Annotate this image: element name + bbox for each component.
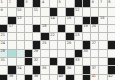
cell-r10c8[interactable]: 40 — [58, 75, 65, 80]
cell-r1c2[interactable]: 2 — [8, 0, 15, 7]
block-r10c9 — [66, 75, 73, 80]
block-r1c10 — [75, 0, 82, 7]
cell-r1c14[interactable]: 8 — [108, 0, 115, 7]
cell-r1c9[interactable] — [66, 0, 73, 7]
cell-r9c13[interactable] — [99, 66, 106, 73]
clue-number: 13 — [17, 16, 21, 20]
cell-r4c7[interactable] — [50, 25, 57, 32]
block-r3c11 — [83, 17, 90, 24]
clue-number: 40 — [58, 74, 62, 78]
clue-number: 37 — [92, 66, 96, 70]
cell-r2c8[interactable] — [58, 8, 65, 15]
cell-r4c2[interactable]: 17 — [8, 25, 15, 32]
clue-number: 10 — [17, 8, 21, 12]
clue-number: 23 — [75, 33, 79, 37]
cell-r5c1[interactable]: 21 — [0, 33, 7, 40]
cell-r8c1[interactable]: 31 — [0, 58, 7, 65]
cell-r7c5[interactable]: 29 — [33, 50, 40, 57]
clue-number: 9 — [1, 8, 3, 12]
cell-r5c2[interactable] — [8, 33, 15, 40]
crossword-board: 1234567891011121314151617181920212223242… — [0, 0, 115, 80]
cell-r2c10[interactable]: 12 — [75, 8, 82, 15]
clue-number: 25 — [42, 41, 46, 45]
cell-r10c12[interactable]: 41 — [91, 75, 98, 80]
block-r2c9 — [66, 8, 73, 15]
cell-r8c6[interactable] — [41, 58, 48, 65]
cell-r1c6[interactable]: 4 — [41, 0, 48, 7]
cell-r6c3[interactable] — [17, 41, 24, 48]
cell-r5c5[interactable] — [33, 33, 40, 40]
cell-r2c2[interactable] — [8, 8, 15, 15]
clue-number: 8 — [108, 0, 110, 4]
cell-r6c12[interactable]: 27 — [91, 41, 98, 48]
cell-r1c12[interactable]: 6 — [91, 0, 98, 7]
cell-r10c6[interactable] — [41, 75, 48, 80]
cell-r6c2[interactable] — [8, 41, 15, 48]
clue-number: 17 — [9, 24, 13, 28]
cell-r8c5[interactable]: 32 — [33, 58, 40, 65]
cell-r7c14[interactable] — [108, 50, 115, 57]
cell-r7c1[interactable]: 28 — [0, 50, 7, 57]
cell-r5c8[interactable] — [58, 33, 65, 40]
cell-r5c10[interactable]: 23 — [75, 33, 82, 40]
block-r7c10 — [75, 50, 82, 57]
cell-r7c12[interactable] — [91, 50, 98, 57]
cell-r2c13[interactable] — [99, 8, 106, 15]
cell-r3c8[interactable] — [58, 17, 65, 24]
cell-r5c13[interactable] — [99, 33, 106, 40]
cell-r7c9[interactable] — [66, 50, 73, 57]
cell-r3c10[interactable] — [75, 17, 82, 24]
cell-r8c10[interactable]: 33 — [75, 58, 82, 65]
cell-r6c1[interactable]: 24 — [0, 41, 7, 48]
clue-number: 38 — [9, 74, 13, 78]
cell-r9c3[interactable]: 34 — [17, 66, 24, 73]
block-r3c12 — [91, 17, 98, 24]
clue-number: 21 — [1, 33, 5, 37]
clue-number: 22 — [50, 33, 54, 37]
clue-number: 2 — [9, 0, 11, 4]
clue-number: 39 — [34, 74, 38, 78]
cell-r3c7[interactable]: 14 — [50, 17, 57, 24]
cell-r4c3[interactable] — [17, 25, 24, 32]
cell-r7c2[interactable] — [8, 50, 15, 57]
block-r4c10 — [75, 25, 82, 32]
cell-r5c12[interactable] — [91, 33, 98, 40]
clue-number: 6 — [92, 0, 94, 4]
cell-r2c12[interactable] — [91, 8, 98, 15]
clue-number: 18 — [42, 24, 46, 28]
block-r4c8 — [58, 25, 65, 32]
block-r7c4 — [25, 50, 32, 57]
cell-r8c2[interactable] — [8, 58, 15, 65]
cell-r8c13[interactable] — [99, 58, 106, 65]
block-r3c2 — [8, 17, 15, 24]
clue-number: 30 — [83, 49, 87, 53]
clue-number: 7 — [100, 0, 102, 4]
cell-r10c2[interactable]: 38 — [8, 75, 15, 80]
block-r10c11 — [83, 75, 90, 80]
clue-number: 16 — [100, 16, 104, 20]
cell-r3c5[interactable] — [33, 17, 40, 24]
cell-r7c11[interactable]: 30 — [83, 50, 90, 57]
block-r8c7 — [50, 58, 57, 65]
cell-r10c7[interactable] — [50, 75, 57, 80]
cell-r7c13[interactable] — [99, 50, 106, 57]
block-r10c4 — [25, 75, 32, 80]
cell-r4c6[interactable]: 18 — [41, 25, 48, 32]
block-r8c4 — [25, 58, 32, 65]
clue-number: 26 — [67, 41, 71, 45]
cell-r1c8[interactable]: 5 — [58, 0, 65, 7]
cell-r5c14[interactable] — [108, 33, 115, 40]
cell-r4c13[interactable] — [99, 25, 106, 32]
cell-r10c5[interactable]: 39 — [33, 75, 40, 80]
block-r5c6 — [41, 33, 48, 40]
cell-r2c6[interactable] — [41, 8, 48, 15]
block-r9c5 — [33, 66, 40, 73]
cell-r2c1[interactable]: 9 — [0, 8, 7, 15]
crossword-screenshot: 1234567891011121314151617181920212223242… — [0, 0, 115, 80]
cell-r5c4[interactable] — [25, 33, 32, 40]
cell-r3c1[interactable] — [0, 17, 7, 24]
cell-r4c12[interactable]: 20 — [91, 25, 98, 32]
cell-r7c8[interactable] — [58, 50, 65, 57]
cell-r6c10[interactable] — [75, 41, 82, 48]
cell-r9c6[interactable]: 35 — [41, 66, 48, 73]
clue-number: 20 — [92, 24, 96, 28]
cell-r4c11[interactable]: 19 — [83, 25, 90, 32]
cell-r2c5[interactable]: 11 — [33, 8, 40, 15]
block-r1c11 — [83, 0, 90, 7]
clue-number: 19 — [83, 24, 87, 28]
cell-r7c7[interactable] — [50, 50, 57, 57]
cell-r3c3[interactable]: 13 — [17, 17, 24, 24]
cell-r1c1[interactable]: 1 — [0, 0, 7, 7]
cell-r7c3[interactable] — [17, 50, 24, 57]
cell-r5c11[interactable] — [83, 33, 90, 40]
cell-r5c7[interactable]: 22 — [50, 33, 57, 40]
cell-r1c7[interactable] — [50, 0, 57, 7]
clue-number: 12 — [75, 8, 79, 12]
cell-r2c11[interactable] — [83, 8, 90, 15]
clue-number: 32 — [34, 58, 38, 62]
block-r8c14 — [108, 58, 115, 65]
clue-number: 31 — [1, 58, 5, 62]
cell-r9c7[interactable] — [50, 66, 57, 73]
cell-r3c6[interactable] — [41, 17, 48, 24]
block-r1c3 — [17, 0, 24, 7]
block-r8c9 — [66, 58, 73, 65]
block-r5c9 — [66, 33, 73, 40]
cell-r6c7[interactable] — [50, 41, 57, 48]
clue-number: 36 — [67, 66, 71, 70]
clue-number: 1 — [1, 0, 3, 4]
cell-r10c14[interactable]: 42 — [108, 75, 115, 80]
clue-number: 11 — [34, 8, 38, 12]
clue-number: 34 — [17, 66, 21, 70]
cell-r3c9[interactable]: 15 — [66, 17, 73, 24]
cell-r1c4[interactable]: 3 — [25, 0, 32, 7]
cell-r6c8[interactable] — [58, 41, 65, 48]
block-r10c1 — [0, 75, 7, 80]
cell-r8c3[interactable] — [17, 58, 24, 65]
cell-r8c12[interactable] — [91, 58, 98, 65]
cell-r4c9[interactable] — [66, 25, 73, 32]
cell-r4c4[interactable] — [25, 25, 32, 32]
cell-r10c13[interactable] — [99, 75, 106, 80]
block-r2c7 — [50, 8, 57, 15]
cell-r4c14[interactable] — [108, 25, 115, 32]
cell-r9c4[interactable] — [25, 66, 32, 73]
cell-r3c13[interactable]: 16 — [99, 17, 106, 24]
cell-r2c14[interactable] — [108, 8, 115, 15]
clue-number: 28 — [1, 49, 5, 53]
clue-number: 29 — [34, 49, 38, 53]
cell-r2c4[interactable] — [25, 8, 32, 15]
block-r9c11 — [83, 66, 90, 73]
cell-r3c4[interactable] — [25, 17, 32, 24]
cell-r1c13[interactable]: 7 — [99, 0, 106, 7]
clue-number: 33 — [75, 58, 79, 62]
clue-number: 14 — [50, 16, 54, 20]
cell-r6c13[interactable] — [99, 41, 106, 48]
block-r6c14 — [108, 41, 115, 48]
block-r9c14 — [108, 66, 115, 73]
cell-r9c10[interactable] — [75, 66, 82, 73]
block-r9c8 — [58, 66, 65, 73]
block-r1c5 — [33, 0, 40, 7]
block-r4c1 — [0, 25, 7, 32]
clue-number: 42 — [108, 74, 112, 78]
clue-number: 27 — [92, 41, 96, 45]
block-r6c5 — [33, 41, 40, 48]
cell-r10c3[interactable] — [17, 75, 24, 80]
block-r6c11 — [83, 41, 90, 48]
cell-r5c3[interactable] — [17, 33, 24, 40]
cell-r3c14[interactable] — [108, 17, 115, 24]
clue-number: 3 — [25, 0, 27, 4]
cell-r6c6[interactable]: 25 — [41, 41, 48, 48]
clue-number: 35 — [42, 66, 46, 70]
cell-r9c12[interactable]: 37 — [91, 66, 98, 73]
cell-r9c1[interactable] — [0, 66, 7, 73]
cell-r10c10[interactable] — [75, 75, 82, 80]
cell-r2c3[interactable]: 10 — [17, 8, 24, 15]
cell-r7c6[interactable] — [41, 50, 48, 57]
cell-r6c9[interactable]: 26 — [66, 41, 73, 48]
clue-number: 15 — [67, 16, 71, 20]
clue-number: 41 — [92, 74, 96, 78]
clue-number: 24 — [1, 41, 5, 45]
cell-r8c8[interactable] — [58, 58, 65, 65]
clue-number: 5 — [58, 0, 60, 4]
block-r9c2 — [8, 66, 15, 73]
clue-number: 4 — [42, 0, 44, 4]
cell-r8c11[interactable] — [83, 58, 90, 65]
cell-r9c9[interactable]: 36 — [66, 66, 73, 73]
cell-r6c4[interactable] — [25, 41, 32, 48]
block-r4c5 — [33, 25, 40, 32]
